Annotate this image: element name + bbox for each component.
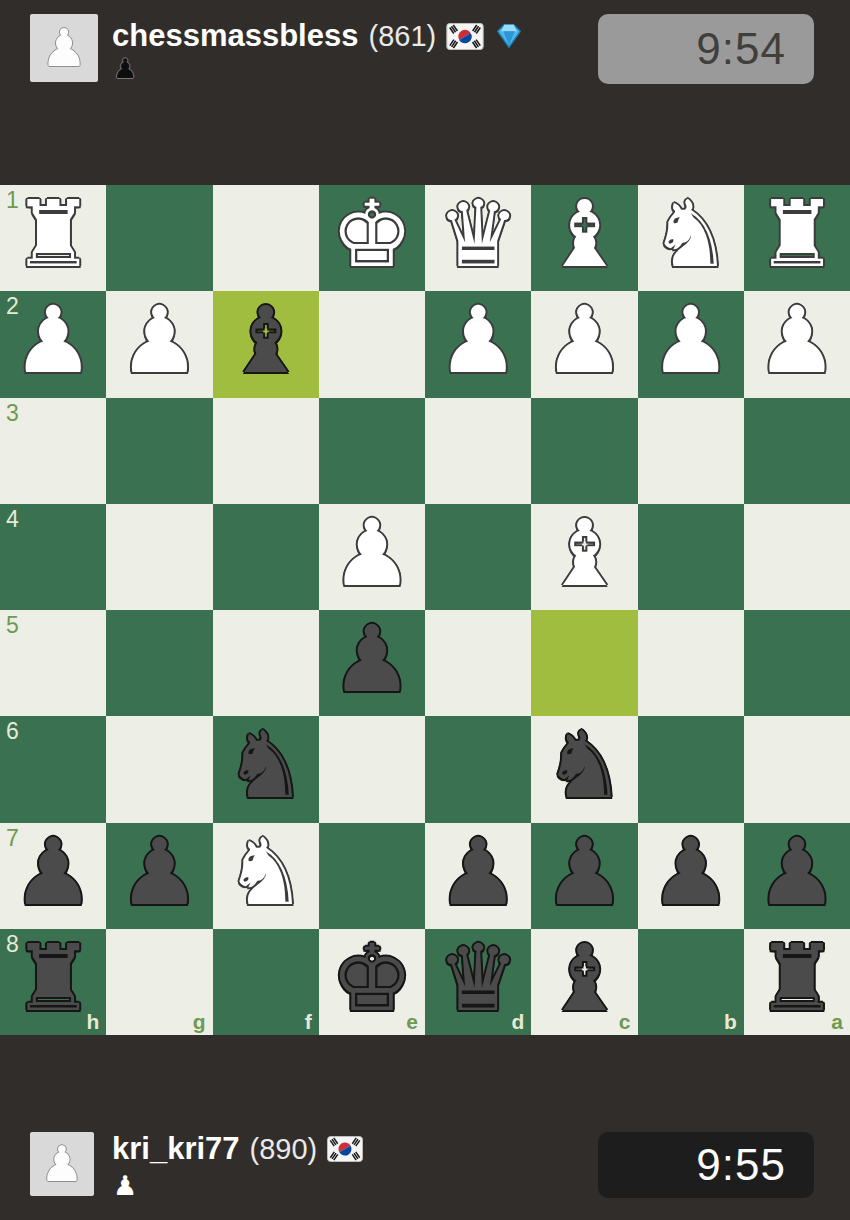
square-a5[interactable] [744, 610, 850, 716]
chess-board: ♜1♚♛♝♞♜♟2♟♝♟♟♟♟34♟♝5♟6♞♞♟7♟♞♟♟♟♟♜8hgf♚e♛… [0, 185, 850, 1035]
square-a4[interactable] [744, 504, 850, 610]
square-g4[interactable] [106, 504, 212, 610]
white-pawn: ♟ [649, 295, 731, 387]
black-pawn: ♟ [118, 827, 200, 919]
black-pawn: ♟ [437, 827, 519, 919]
black-pawn: ♟ [649, 827, 731, 919]
square-b4[interactable] [638, 504, 744, 610]
rank-label-5: 5 [6, 614, 19, 637]
square-c5[interactable] [531, 610, 637, 716]
premium-diamond-icon [494, 22, 524, 50]
square-d6[interactable] [425, 716, 531, 822]
square-a3[interactable] [744, 398, 850, 504]
black-bishop: ♝ [543, 933, 625, 1025]
square-e1[interactable]: ♚ [319, 185, 425, 291]
white-pawn: ♟ [331, 508, 413, 600]
square-b8[interactable]: b [638, 929, 744, 1035]
square-c6[interactable]: ♞ [531, 716, 637, 822]
black-king: ♚ [331, 933, 413, 1025]
square-e6[interactable] [319, 716, 425, 822]
square-e5[interactable]: ♟ [319, 610, 425, 716]
black-bishop: ♝ [224, 295, 306, 387]
south-korea-flag-icon [327, 1136, 363, 1162]
file-label-d: d [511, 1011, 524, 1032]
file-label-h: h [86, 1011, 99, 1032]
white-king: ♚ [331, 189, 413, 281]
file-label-f: f [305, 1011, 312, 1032]
square-c4[interactable]: ♝ [531, 504, 637, 610]
square-a8[interactable]: ♜a [744, 929, 850, 1035]
white-rook: ♜ [756, 189, 838, 281]
square-f3[interactable] [213, 398, 319, 504]
bottom-player-captured-pieces: ♟ [113, 1172, 137, 1199]
white-knight: ♞ [649, 189, 731, 281]
square-c7[interactable]: ♟ [531, 823, 637, 929]
rank-label-8: 8 [6, 933, 19, 956]
square-h1[interactable]: ♜1 [0, 185, 106, 291]
square-e2[interactable] [319, 291, 425, 397]
square-f8[interactable]: f [213, 929, 319, 1035]
square-g7[interactable]: ♟ [106, 823, 212, 929]
square-g1[interactable] [106, 185, 212, 291]
bottom-player-rating: (890) [250, 1133, 318, 1166]
file-label-c: c [619, 1011, 631, 1032]
white-bishop: ♝ [543, 508, 625, 600]
rank-label-3: 3 [6, 402, 19, 425]
square-e3[interactable] [319, 398, 425, 504]
bottom-clock-time: 9:55 [696, 1140, 786, 1190]
white-queen: ♛ [437, 189, 519, 281]
square-g3[interactable] [106, 398, 212, 504]
square-f5[interactable] [213, 610, 319, 716]
square-a2[interactable]: ♟ [744, 291, 850, 397]
top-player-captured-pieces: ♟ [113, 55, 137, 82]
square-h8[interactable]: ♜8h [0, 929, 106, 1035]
file-label-a: a [831, 1011, 843, 1032]
black-queen: ♛ [437, 933, 519, 1025]
square-h7[interactable]: ♟7 [0, 823, 106, 929]
black-pawn: ♟ [756, 827, 838, 919]
file-label-b: b [724, 1011, 737, 1032]
bottom-player-name-row: kri_kri77 (890) [112, 1131, 363, 1167]
white-knight: ♞ [224, 827, 306, 919]
square-d4[interactable] [425, 504, 531, 610]
black-pawn: ♟ [12, 827, 94, 919]
black-knight: ♞ [224, 720, 306, 812]
square-f6[interactable]: ♞ [213, 716, 319, 822]
black-pawn: ♟ [331, 614, 413, 706]
black-pawn: ♟ [543, 827, 625, 919]
square-h3[interactable]: 3 [0, 398, 106, 504]
square-d5[interactable] [425, 610, 531, 716]
square-h2[interactable]: ♟2 [0, 291, 106, 397]
white-pawn: ♟ [756, 295, 838, 387]
bottom-player-clock: 9:55 [598, 1132, 814, 1198]
file-label-g: g [193, 1011, 206, 1032]
square-h4[interactable]: 4 [0, 504, 106, 610]
black-rook: ♜ [756, 933, 838, 1025]
square-h5[interactable]: 5 [0, 610, 106, 716]
bottom-player-username[interactable]: kri_kri77 [112, 1131, 240, 1167]
square-f7[interactable]: ♞ [213, 823, 319, 929]
square-a6[interactable] [744, 716, 850, 822]
square-b3[interactable] [638, 398, 744, 504]
top-player-name-row: chessmassbless (861) [112, 18, 524, 54]
top-clock-time: 9:54 [696, 24, 786, 74]
square-g2[interactable]: ♟ [106, 291, 212, 397]
captured-white-pawn-icon: ♟ [113, 1172, 137, 1199]
square-d7[interactable]: ♟ [425, 823, 531, 929]
white-pawn: ♟ [118, 295, 200, 387]
square-d2[interactable]: ♟ [425, 291, 531, 397]
top-player-rating: (861) [368, 20, 436, 53]
square-a1[interactable]: ♜ [744, 185, 850, 291]
square-b6[interactable] [638, 716, 744, 822]
square-a7[interactable]: ♟ [744, 823, 850, 929]
square-g8[interactable]: g [106, 929, 212, 1035]
square-e4[interactable]: ♟ [319, 504, 425, 610]
square-d8[interactable]: ♛d [425, 929, 531, 1035]
rank-label-7: 7 [6, 827, 19, 850]
south-korea-flag-icon [446, 23, 484, 50]
avatar-pawn-icon: ♟ [40, 1140, 84, 1189]
square-c2[interactable]: ♟ [531, 291, 637, 397]
square-f2[interactable]: ♝ [213, 291, 319, 397]
captured-black-pawn-icon: ♟ [113, 55, 137, 82]
square-d1[interactable]: ♛ [425, 185, 531, 291]
square-e8[interactable]: ♚e [319, 929, 425, 1035]
square-h6[interactable]: 6 [0, 716, 106, 822]
top-player-clock: 9:54 [598, 14, 814, 84]
square-b2[interactable]: ♟ [638, 291, 744, 397]
white-pawn: ♟ [12, 295, 94, 387]
white-rook: ♜ [12, 189, 94, 281]
top-player-avatar[interactable]: ♟ [30, 14, 98, 82]
rank-label-6: 6 [6, 720, 19, 743]
black-knight: ♞ [543, 720, 625, 812]
avatar-pawn-icon: ♟ [41, 22, 88, 74]
white-pawn: ♟ [437, 295, 519, 387]
square-f4[interactable] [213, 504, 319, 610]
square-f1[interactable] [213, 185, 319, 291]
square-c1[interactable]: ♝ [531, 185, 637, 291]
square-b7[interactable]: ♟ [638, 823, 744, 929]
square-g6[interactable] [106, 716, 212, 822]
black-rook: ♜ [12, 933, 94, 1025]
bottom-player-avatar[interactable]: ♟ [30, 1132, 94, 1196]
square-g5[interactable] [106, 610, 212, 716]
file-label-e: e [406, 1011, 418, 1032]
square-d3[interactable] [425, 398, 531, 504]
square-c8[interactable]: ♝c [531, 929, 637, 1035]
rank-label-1: 1 [6, 189, 19, 212]
square-b1[interactable]: ♞ [638, 185, 744, 291]
square-c3[interactable] [531, 398, 637, 504]
square-b5[interactable] [638, 610, 744, 716]
white-pawn: ♟ [543, 295, 625, 387]
top-player-username[interactable]: chessmassbless [112, 18, 358, 54]
white-bishop: ♝ [543, 189, 625, 281]
rank-label-4: 4 [6, 508, 19, 531]
rank-label-2: 2 [6, 295, 19, 318]
square-e7[interactable] [319, 823, 425, 929]
